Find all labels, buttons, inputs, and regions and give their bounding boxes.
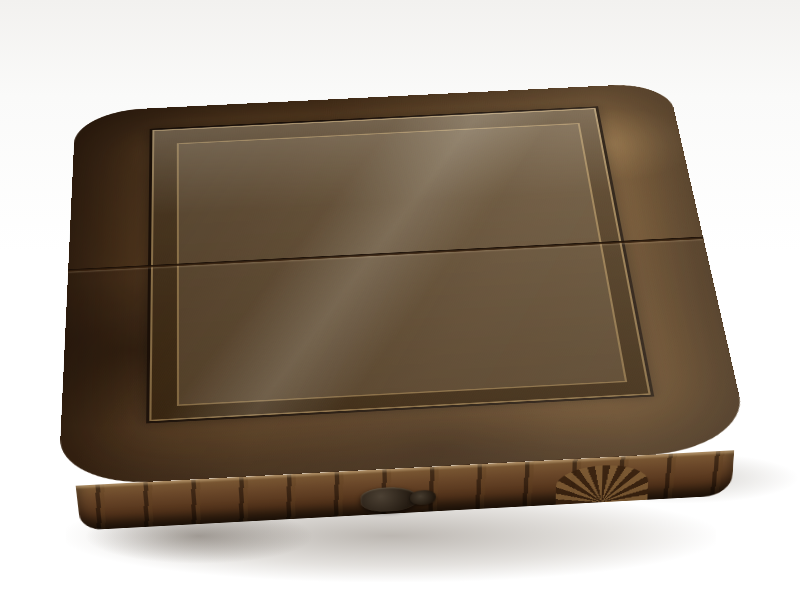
board-grid <box>179 124 625 404</box>
fan-shell-carving <box>556 463 649 505</box>
product-photo-scene <box>0 0 800 600</box>
checkers-board <box>146 106 654 423</box>
board-border-band-left <box>152 144 177 401</box>
walnut-table-top <box>58 83 751 487</box>
metal-latch <box>361 486 420 513</box>
